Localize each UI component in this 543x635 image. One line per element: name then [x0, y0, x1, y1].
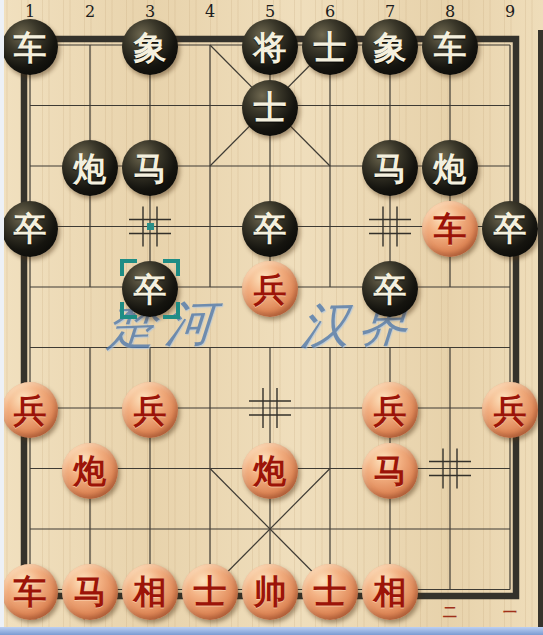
piece-red-soldier[interactable]: 兵: [242, 261, 298, 317]
piece-red-soldier[interactable]: 兵: [482, 382, 538, 438]
piece-red-soldier[interactable]: 兵: [2, 382, 58, 438]
piece-black-advisor[interactable]: 士: [302, 19, 358, 75]
piece-black-soldier[interactable]: 卒: [122, 261, 178, 317]
xiangqi-board-window: 楚河 汉界 123456789 九八七六五四三二一 车象将士象车士炮马马炮卒卒卒…: [0, 0, 543, 635]
piece-black-soldier[interactable]: 卒: [242, 201, 298, 257]
file-label-bottom: 一: [498, 604, 522, 622]
piece-red-chariot[interactable]: 车: [422, 201, 478, 257]
piece-black-cannon[interactable]: 炮: [62, 140, 118, 196]
piece-black-elephant[interactable]: 象: [362, 19, 418, 75]
piece-red-horse[interactable]: 马: [362, 443, 418, 499]
piece-black-elephant[interactable]: 象: [122, 19, 178, 75]
board-shadow-edge: [538, 30, 543, 627]
file-label-bottom: 二: [438, 604, 462, 622]
window-bottom-bar: [0, 627, 543, 635]
piece-black-chariot[interactable]: 车: [422, 19, 478, 75]
piece-black-soldier[interactable]: 卒: [2, 201, 58, 257]
piece-black-horse[interactable]: 马: [362, 140, 418, 196]
piece-red-chariot[interactable]: 车: [2, 564, 58, 620]
piece-red-cannon[interactable]: 炮: [242, 443, 298, 499]
piece-red-advisor[interactable]: 士: [302, 564, 358, 620]
piece-black-horse[interactable]: 马: [122, 140, 178, 196]
piece-red-horse[interactable]: 马: [62, 564, 118, 620]
piece-red-elephant[interactable]: 相: [362, 564, 418, 620]
piece-red-soldier[interactable]: 兵: [122, 382, 178, 438]
file-label-top: 2: [79, 2, 101, 21]
window-left-edge: [0, 0, 4, 627]
piece-red-elephant[interactable]: 相: [122, 564, 178, 620]
file-label-top: 4: [199, 2, 221, 21]
piece-red-advisor[interactable]: 士: [182, 564, 238, 620]
piece-black-cannon[interactable]: 炮: [422, 140, 478, 196]
piece-black-soldier[interactable]: 卒: [482, 201, 538, 257]
piece-black-chariot[interactable]: 车: [2, 19, 58, 75]
last-move-from-marker: [147, 223, 154, 230]
piece-black-advisor[interactable]: 士: [242, 80, 298, 136]
piece-black-general[interactable]: 将: [242, 19, 298, 75]
piece-red-soldier[interactable]: 兵: [362, 382, 418, 438]
piece-red-general[interactable]: 帅: [242, 564, 298, 620]
piece-black-soldier[interactable]: 卒: [362, 261, 418, 317]
file-label-top: 9: [499, 2, 521, 21]
piece-red-cannon[interactable]: 炮: [62, 443, 118, 499]
